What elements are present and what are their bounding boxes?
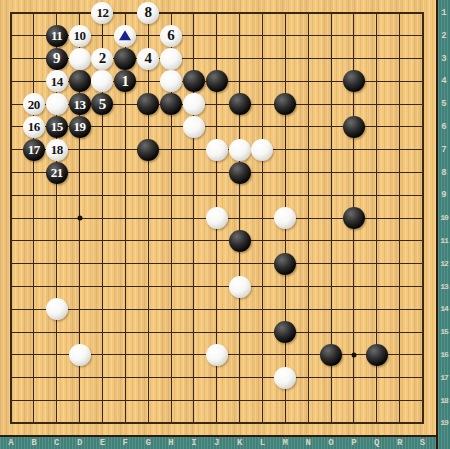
intersection-K13[interactable]	[228, 275, 251, 298]
intersection-M1[interactable]	[274, 2, 297, 25]
intersection-S17[interactable]	[411, 366, 434, 389]
intersection-E16[interactable]	[91, 344, 114, 367]
intersection-R15[interactable]	[388, 321, 411, 344]
intersection-F14[interactable]	[114, 298, 137, 321]
intersection-E11[interactable]	[91, 230, 114, 253]
intersection-A17[interactable]	[0, 366, 22, 389]
intersection-L6[interactable]	[251, 116, 274, 139]
intersection-R8[interactable]	[388, 161, 411, 184]
intersection-Q7[interactable]	[365, 138, 388, 161]
intersection-G6[interactable]	[137, 116, 160, 139]
intersection-Q9[interactable]	[365, 184, 388, 207]
intersection-F7[interactable]	[114, 138, 137, 161]
intersection-D14[interactable]	[68, 298, 91, 321]
intersection-M10[interactable]	[274, 207, 297, 230]
intersection-J4[interactable]	[205, 70, 228, 93]
intersection-Q4[interactable]	[365, 70, 388, 93]
intersection-S4[interactable]	[411, 70, 434, 93]
intersection-M18[interactable]	[274, 389, 297, 412]
intersection-A19[interactable]	[0, 412, 22, 435]
intersection-M16[interactable]	[274, 344, 297, 367]
intersection-A14[interactable]	[0, 298, 22, 321]
intersection-H15[interactable]	[160, 321, 183, 344]
intersection-Q18[interactable]	[365, 389, 388, 412]
intersection-O19[interactable]	[320, 412, 343, 435]
intersection-R6[interactable]	[388, 116, 411, 139]
intersection-R19[interactable]	[388, 412, 411, 435]
intersection-E4[interactable]	[91, 70, 114, 93]
intersection-E7[interactable]	[91, 138, 114, 161]
intersection-J7[interactable]	[205, 138, 228, 161]
intersection-B11[interactable]	[22, 230, 45, 253]
intersection-J12[interactable]	[205, 252, 228, 275]
intersection-G1[interactable]: 8	[137, 2, 160, 25]
intersection-R13[interactable]	[388, 275, 411, 298]
intersection-K1[interactable]	[228, 2, 251, 25]
intersection-Q11[interactable]	[365, 230, 388, 253]
intersection-N11[interactable]	[297, 230, 320, 253]
intersection-S19[interactable]	[411, 412, 434, 435]
intersection-R10[interactable]	[388, 207, 411, 230]
intersection-H8[interactable]	[160, 161, 183, 184]
intersection-D16[interactable]	[68, 344, 91, 367]
intersection-A2[interactable]	[0, 24, 22, 47]
intersection-R12[interactable]	[388, 252, 411, 275]
intersection-H18[interactable]	[160, 389, 183, 412]
intersection-J2[interactable]	[205, 24, 228, 47]
intersection-H7[interactable]	[160, 138, 183, 161]
intersection-I10[interactable]	[182, 207, 205, 230]
intersection-P18[interactable]	[342, 389, 365, 412]
intersection-H5[interactable]	[160, 93, 183, 116]
intersection-Q12[interactable]	[365, 252, 388, 275]
intersection-I1[interactable]	[182, 2, 205, 25]
intersection-B17[interactable]	[22, 366, 45, 389]
intersection-Q17[interactable]	[365, 366, 388, 389]
intersection-Q3[interactable]	[365, 47, 388, 70]
intersection-B19[interactable]	[22, 412, 45, 435]
intersection-F6[interactable]	[114, 116, 137, 139]
intersection-S18[interactable]	[411, 389, 434, 412]
intersection-H14[interactable]	[160, 298, 183, 321]
intersection-R9[interactable]	[388, 184, 411, 207]
intersection-M15[interactable]	[274, 321, 297, 344]
intersection-P7[interactable]	[342, 138, 365, 161]
intersection-O2[interactable]	[320, 24, 343, 47]
intersection-M14[interactable]	[274, 298, 297, 321]
intersection-K10[interactable]	[228, 207, 251, 230]
intersection-C11[interactable]	[45, 230, 68, 253]
intersection-K6[interactable]	[228, 116, 251, 139]
intersection-M17[interactable]	[274, 366, 297, 389]
intersection-F12[interactable]	[114, 252, 137, 275]
intersection-A5[interactable]	[0, 93, 22, 116]
intersection-C15[interactable]	[45, 321, 68, 344]
intersection-A6[interactable]	[0, 116, 22, 139]
intersection-Q5[interactable]	[365, 93, 388, 116]
intersection-F2[interactable]	[114, 24, 137, 47]
intersection-Q6[interactable]	[365, 116, 388, 139]
intersection-C14[interactable]	[45, 298, 68, 321]
intersection-S7[interactable]	[411, 138, 434, 161]
intersection-P13[interactable]	[342, 275, 365, 298]
intersection-H13[interactable]	[160, 275, 183, 298]
intersection-K11[interactable]	[228, 230, 251, 253]
intersection-H11[interactable]	[160, 230, 183, 253]
go-board[interactable]: 1281110692414120135161519171821	[0, 2, 434, 435]
intersection-P1[interactable]	[342, 2, 365, 25]
intersection-D10[interactable]	[68, 207, 91, 230]
intersection-I6[interactable]	[182, 116, 205, 139]
intersection-H17[interactable]	[160, 366, 183, 389]
intersection-B3[interactable]	[22, 47, 45, 70]
intersection-B6[interactable]: 16	[22, 116, 45, 139]
intersection-M8[interactable]	[274, 161, 297, 184]
intersection-L13[interactable]	[251, 275, 274, 298]
intersection-E6[interactable]	[91, 116, 114, 139]
intersection-L12[interactable]	[251, 252, 274, 275]
intersection-A16[interactable]	[0, 344, 22, 367]
intersection-G17[interactable]	[137, 366, 160, 389]
intersection-L11[interactable]	[251, 230, 274, 253]
intersection-P3[interactable]	[342, 47, 365, 70]
intersection-E14[interactable]	[91, 298, 114, 321]
intersection-L1[interactable]	[251, 2, 274, 25]
intersection-O6[interactable]	[320, 116, 343, 139]
intersection-N5[interactable]	[297, 93, 320, 116]
intersection-J10[interactable]	[205, 207, 228, 230]
intersection-L5[interactable]	[251, 93, 274, 116]
intersection-M12[interactable]	[274, 252, 297, 275]
intersection-N1[interactable]	[297, 2, 320, 25]
intersection-C1[interactable]	[45, 2, 68, 25]
intersection-S6[interactable]	[411, 116, 434, 139]
intersection-G9[interactable]	[137, 184, 160, 207]
intersection-D1[interactable]	[68, 2, 91, 25]
intersection-C18[interactable]	[45, 389, 68, 412]
intersection-R11[interactable]	[388, 230, 411, 253]
intersection-R5[interactable]	[388, 93, 411, 116]
intersection-S12[interactable]	[411, 252, 434, 275]
intersection-D8[interactable]	[68, 161, 91, 184]
intersection-D11[interactable]	[68, 230, 91, 253]
intersection-N19[interactable]	[297, 412, 320, 435]
intersection-M13[interactable]	[274, 275, 297, 298]
intersection-L9[interactable]	[251, 184, 274, 207]
intersection-L3[interactable]	[251, 47, 274, 70]
intersection-R14[interactable]	[388, 298, 411, 321]
intersection-B14[interactable]	[22, 298, 45, 321]
intersection-E9[interactable]	[91, 184, 114, 207]
intersection-R4[interactable]	[388, 70, 411, 93]
intersection-P11[interactable]	[342, 230, 365, 253]
intersection-J18[interactable]	[205, 389, 228, 412]
intersection-K4[interactable]	[228, 70, 251, 93]
intersection-Q15[interactable]	[365, 321, 388, 344]
intersection-K7[interactable]	[228, 138, 251, 161]
intersection-E18[interactable]	[91, 389, 114, 412]
intersection-G19[interactable]	[137, 412, 160, 435]
intersection-O7[interactable]	[320, 138, 343, 161]
intersection-M9[interactable]	[274, 184, 297, 207]
intersection-K8[interactable]	[228, 161, 251, 184]
intersection-F10[interactable]	[114, 207, 137, 230]
intersection-C13[interactable]	[45, 275, 68, 298]
intersection-G15[interactable]	[137, 321, 160, 344]
intersection-L8[interactable]	[251, 161, 274, 184]
intersection-G2[interactable]	[137, 24, 160, 47]
intersection-H16[interactable]	[160, 344, 183, 367]
intersection-E17[interactable]	[91, 366, 114, 389]
intersection-P8[interactable]	[342, 161, 365, 184]
intersection-B8[interactable]	[22, 161, 45, 184]
intersection-N17[interactable]	[297, 366, 320, 389]
intersection-A15[interactable]	[0, 321, 22, 344]
intersection-G3[interactable]: 4	[137, 47, 160, 70]
intersection-D13[interactable]	[68, 275, 91, 298]
intersection-H3[interactable]	[160, 47, 183, 70]
intersection-P12[interactable]	[342, 252, 365, 275]
intersection-K18[interactable]	[228, 389, 251, 412]
intersection-D19[interactable]	[68, 412, 91, 435]
intersection-O16[interactable]	[320, 344, 343, 367]
intersection-K17[interactable]	[228, 366, 251, 389]
intersection-I17[interactable]	[182, 366, 205, 389]
intersection-E2[interactable]	[91, 24, 114, 47]
intersection-N16[interactable]	[297, 344, 320, 367]
intersection-R18[interactable]	[388, 389, 411, 412]
intersection-P4[interactable]	[342, 70, 365, 93]
intersection-A4[interactable]	[0, 70, 22, 93]
intersection-B13[interactable]	[22, 275, 45, 298]
intersection-I18[interactable]	[182, 389, 205, 412]
intersection-G10[interactable]	[137, 207, 160, 230]
intersection-G8[interactable]	[137, 161, 160, 184]
intersection-K12[interactable]	[228, 252, 251, 275]
intersection-N6[interactable]	[297, 116, 320, 139]
intersection-F4[interactable]: 1	[114, 70, 137, 93]
intersection-I12[interactable]	[182, 252, 205, 275]
intersection-C5[interactable]	[45, 93, 68, 116]
intersection-E5[interactable]: 5	[91, 93, 114, 116]
intersection-G4[interactable]	[137, 70, 160, 93]
intersection-N2[interactable]	[297, 24, 320, 47]
intersection-F8[interactable]	[114, 161, 137, 184]
intersection-O9[interactable]	[320, 184, 343, 207]
intersection-B10[interactable]	[22, 207, 45, 230]
intersection-J19[interactable]	[205, 412, 228, 435]
intersection-A13[interactable]	[0, 275, 22, 298]
intersection-G18[interactable]	[137, 389, 160, 412]
intersection-L15[interactable]	[251, 321, 274, 344]
intersection-B2[interactable]	[22, 24, 45, 47]
intersection-D12[interactable]	[68, 252, 91, 275]
intersection-O8[interactable]	[320, 161, 343, 184]
intersection-S11[interactable]	[411, 230, 434, 253]
intersection-B7[interactable]: 17	[22, 138, 45, 161]
intersection-E12[interactable]	[91, 252, 114, 275]
intersection-S10[interactable]	[411, 207, 434, 230]
intersection-A11[interactable]	[0, 230, 22, 253]
intersection-P17[interactable]	[342, 366, 365, 389]
intersection-K3[interactable]	[228, 47, 251, 70]
intersection-D9[interactable]	[68, 184, 91, 207]
intersection-J14[interactable]	[205, 298, 228, 321]
intersection-A12[interactable]	[0, 252, 22, 275]
intersection-F18[interactable]	[114, 389, 137, 412]
intersection-O13[interactable]	[320, 275, 343, 298]
intersection-Q8[interactable]	[365, 161, 388, 184]
intersection-B1[interactable]	[22, 2, 45, 25]
intersection-C19[interactable]	[45, 412, 68, 435]
intersection-B9[interactable]	[22, 184, 45, 207]
intersection-J8[interactable]	[205, 161, 228, 184]
intersection-D2[interactable]: 10	[68, 24, 91, 47]
intersection-S3[interactable]	[411, 47, 434, 70]
intersection-K15[interactable]	[228, 321, 251, 344]
intersection-S5[interactable]	[411, 93, 434, 116]
intersection-Q1[interactable]	[365, 2, 388, 25]
intersection-B16[interactable]	[22, 344, 45, 367]
intersection-I14[interactable]	[182, 298, 205, 321]
intersection-L19[interactable]	[251, 412, 274, 435]
intersection-E1[interactable]: 12	[91, 2, 114, 25]
intersection-K2[interactable]	[228, 24, 251, 47]
intersection-K9[interactable]	[228, 184, 251, 207]
intersection-D4[interactable]	[68, 70, 91, 93]
intersection-A1[interactable]	[0, 2, 22, 25]
intersection-C12[interactable]	[45, 252, 68, 275]
intersection-K16[interactable]	[228, 344, 251, 367]
intersection-I3[interactable]	[182, 47, 205, 70]
intersection-N12[interactable]	[297, 252, 320, 275]
intersection-O11[interactable]	[320, 230, 343, 253]
intersection-I9[interactable]	[182, 184, 205, 207]
intersection-L7[interactable]	[251, 138, 274, 161]
intersection-S14[interactable]	[411, 298, 434, 321]
intersection-P10[interactable]	[342, 207, 365, 230]
intersection-I13[interactable]	[182, 275, 205, 298]
intersection-C8[interactable]: 21	[45, 161, 68, 184]
intersection-H9[interactable]	[160, 184, 183, 207]
intersection-H2[interactable]: 6	[160, 24, 183, 47]
intersection-F9[interactable]	[114, 184, 137, 207]
intersection-H1[interactable]	[160, 2, 183, 25]
intersection-J16[interactable]	[205, 344, 228, 367]
intersection-P6[interactable]	[342, 116, 365, 139]
intersection-N8[interactable]	[297, 161, 320, 184]
intersection-L2[interactable]	[251, 24, 274, 47]
intersection-D6[interactable]: 19	[68, 116, 91, 139]
intersection-G13[interactable]	[137, 275, 160, 298]
intersection-I16[interactable]	[182, 344, 205, 367]
intersection-P9[interactable]	[342, 184, 365, 207]
intersection-S16[interactable]	[411, 344, 434, 367]
intersection-I2[interactable]	[182, 24, 205, 47]
intersection-N9[interactable]	[297, 184, 320, 207]
intersection-G12[interactable]	[137, 252, 160, 275]
intersection-F16[interactable]	[114, 344, 137, 367]
intersection-I7[interactable]	[182, 138, 205, 161]
intersection-C6[interactable]: 15	[45, 116, 68, 139]
intersection-I5[interactable]	[182, 93, 205, 116]
intersection-L10[interactable]	[251, 207, 274, 230]
intersection-M5[interactable]	[274, 93, 297, 116]
intersection-D15[interactable]	[68, 321, 91, 344]
intersection-M19[interactable]	[274, 412, 297, 435]
intersection-C17[interactable]	[45, 366, 68, 389]
intersection-J13[interactable]	[205, 275, 228, 298]
intersection-E15[interactable]	[91, 321, 114, 344]
intersection-S15[interactable]	[411, 321, 434, 344]
intersection-F11[interactable]	[114, 230, 137, 253]
intersection-R1[interactable]	[388, 2, 411, 25]
intersection-J15[interactable]	[205, 321, 228, 344]
intersection-L4[interactable]	[251, 70, 274, 93]
intersection-C10[interactable]	[45, 207, 68, 230]
intersection-A18[interactable]	[0, 389, 22, 412]
intersection-O14[interactable]	[320, 298, 343, 321]
intersection-C3[interactable]: 9	[45, 47, 68, 70]
intersection-N15[interactable]	[297, 321, 320, 344]
intersection-G16[interactable]	[137, 344, 160, 367]
intersection-H12[interactable]	[160, 252, 183, 275]
intersection-B18[interactable]	[22, 389, 45, 412]
intersection-S2[interactable]	[411, 24, 434, 47]
intersection-G5[interactable]	[137, 93, 160, 116]
intersection-A10[interactable]	[0, 207, 22, 230]
intersection-I15[interactable]	[182, 321, 205, 344]
intersection-L16[interactable]	[251, 344, 274, 367]
intersection-N18[interactable]	[297, 389, 320, 412]
intersection-S9[interactable]	[411, 184, 434, 207]
intersection-M4[interactable]	[274, 70, 297, 93]
intersection-C9[interactable]	[45, 184, 68, 207]
intersection-Q10[interactable]	[365, 207, 388, 230]
intersection-I4[interactable]	[182, 70, 205, 93]
intersection-O4[interactable]	[320, 70, 343, 93]
intersection-K14[interactable]	[228, 298, 251, 321]
intersection-G14[interactable]	[137, 298, 160, 321]
intersection-S8[interactable]	[411, 161, 434, 184]
intersection-D3[interactable]	[68, 47, 91, 70]
intersection-C4[interactable]: 14	[45, 70, 68, 93]
intersection-R3[interactable]	[388, 47, 411, 70]
intersection-M2[interactable]	[274, 24, 297, 47]
intersection-F17[interactable]	[114, 366, 137, 389]
intersection-C2[interactable]: 11	[45, 24, 68, 47]
intersection-N3[interactable]	[297, 47, 320, 70]
intersection-H10[interactable]	[160, 207, 183, 230]
intersection-J5[interactable]	[205, 93, 228, 116]
intersection-I11[interactable]	[182, 230, 205, 253]
intersection-P5[interactable]	[342, 93, 365, 116]
intersection-N10[interactable]	[297, 207, 320, 230]
intersection-F5[interactable]	[114, 93, 137, 116]
intersection-P16[interactable]	[342, 344, 365, 367]
intersection-P19[interactable]	[342, 412, 365, 435]
intersection-O10[interactable]	[320, 207, 343, 230]
intersection-G7[interactable]	[137, 138, 160, 161]
intersection-D7[interactable]	[68, 138, 91, 161]
intersection-F13[interactable]	[114, 275, 137, 298]
intersection-L17[interactable]	[251, 366, 274, 389]
intersection-J1[interactable]	[205, 2, 228, 25]
intersection-O5[interactable]	[320, 93, 343, 116]
intersection-B15[interactable]	[22, 321, 45, 344]
intersection-K19[interactable]	[228, 412, 251, 435]
intersection-B12[interactable]	[22, 252, 45, 275]
